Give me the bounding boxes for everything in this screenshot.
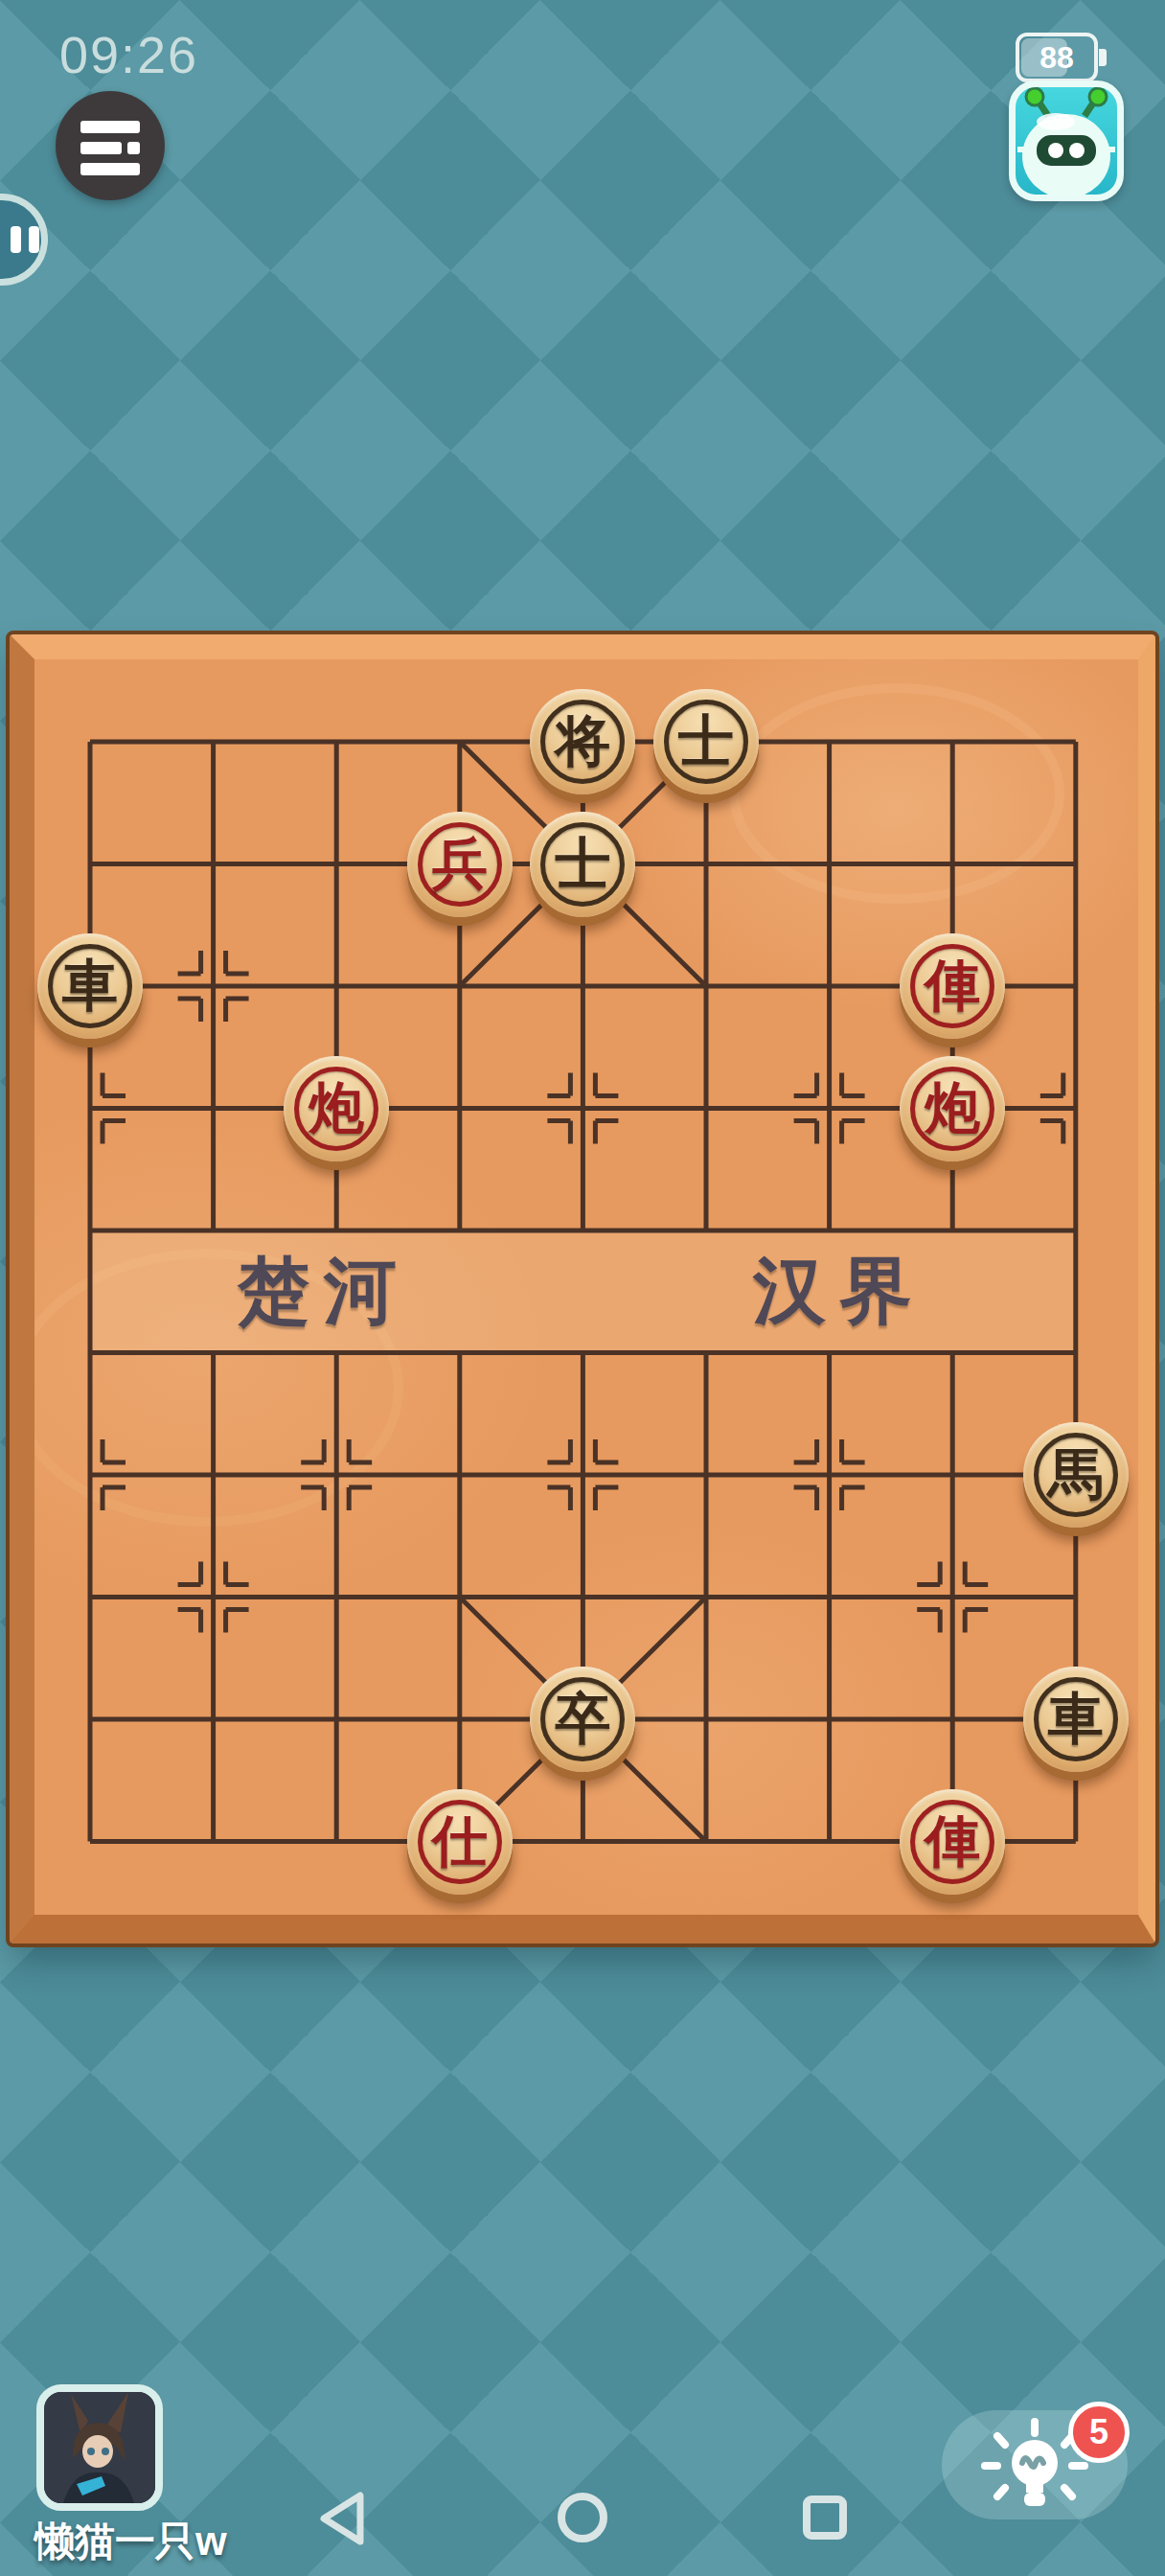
piece-character: 車 <box>1023 1667 1129 1772</box>
piece-character: 士 <box>653 689 759 794</box>
piece-character: 炮 <box>284 1056 389 1161</box>
hint-badge: 5 <box>1068 2402 1130 2463</box>
clock-time: 09:26 <box>59 25 198 84</box>
hamburger-icon <box>80 121 140 184</box>
piece-red-chariot[interactable]: 俥 <box>900 933 1005 1039</box>
piece-character: 士 <box>530 812 635 917</box>
nav-back-button[interactable] <box>316 2490 370 2547</box>
pieces-grid: 将士兵士車俥炮炮馬卒車仕俥 <box>29 680 1137 1902</box>
piece-black-horse[interactable]: 馬 <box>1023 1422 1129 1528</box>
piece-black-advisor[interactable]: 士 <box>653 689 759 794</box>
piece-character: 炮 <box>900 1056 1005 1161</box>
xiangqi-board[interactable]: 楚河 汉界 将士兵士車俥炮炮馬卒車仕俥 <box>10 634 1155 1943</box>
back-icon <box>324 2495 360 2541</box>
piece-black-chariot[interactable]: 車 <box>1023 1667 1129 1772</box>
robot-assistant-button[interactable] <box>1009 80 1124 201</box>
piece-character: 兵 <box>407 812 513 917</box>
piece-character: 俥 <box>900 1789 1005 1895</box>
battery-icon: 88 <box>1016 33 1098 82</box>
piece-black-advisor[interactable]: 士 <box>530 812 635 917</box>
piece-character: 車 <box>37 933 143 1039</box>
avatar-image <box>44 2392 155 2503</box>
piece-character: 卒 <box>530 1667 635 1772</box>
piece-red-soldier[interactable]: 兵 <box>407 812 513 917</box>
piece-character: 馬 <box>1023 1422 1129 1528</box>
piece-black-chariot[interactable]: 車 <box>37 933 143 1039</box>
nav-recents-button[interactable] <box>803 2495 847 2540</box>
piece-character: 仕 <box>407 1789 513 1895</box>
pause-button[interactable] <box>0 194 48 286</box>
robot-icon <box>1016 87 1117 195</box>
piece-red-cannon[interactable]: 炮 <box>900 1056 1005 1161</box>
player-name: 懒猫一只w <box>34 2515 227 2568</box>
piece-character: 俥 <box>900 933 1005 1039</box>
piece-red-advisor[interactable]: 仕 <box>407 1789 513 1895</box>
piece-black-general[interactable]: 将 <box>530 689 635 794</box>
piece-character: 将 <box>530 689 635 794</box>
battery-level: 88 <box>1019 36 1094 79</box>
menu-button[interactable] <box>56 91 165 200</box>
player-avatar[interactable] <box>36 2384 163 2511</box>
piece-black-soldier[interactable]: 卒 <box>530 1667 635 1772</box>
piece-red-cannon[interactable]: 炮 <box>284 1056 389 1161</box>
nav-home-button[interactable] <box>558 2493 607 2542</box>
piece-red-chariot[interactable]: 俥 <box>900 1789 1005 1895</box>
